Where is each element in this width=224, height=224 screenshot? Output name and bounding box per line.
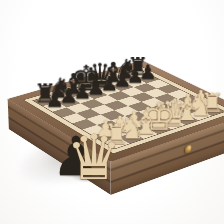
drawer-knob-icon: [185, 144, 192, 154]
chess-set-scene: ♜♞♟♝♟♛♟♚♟♝♟♞♟♟♜♟♟♜♟♟♞♟♝♟♛♟♚♟♝♟♞♜ ♟♛: [0, 0, 224, 224]
foreground-white-queen: ♛: [63, 127, 125, 189]
